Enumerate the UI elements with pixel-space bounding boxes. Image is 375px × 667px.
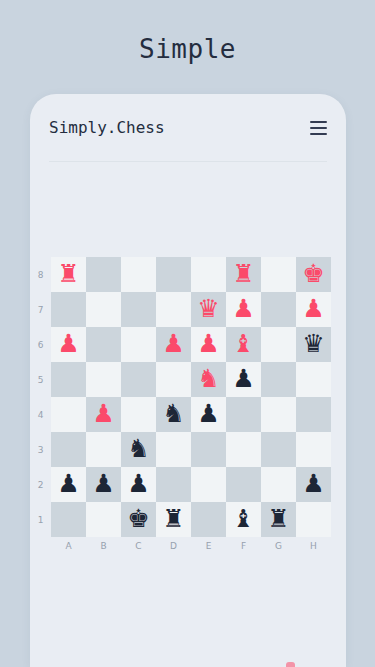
square-a3[interactable] <box>51 432 86 467</box>
square-d6[interactable]: ♟ <box>156 327 191 362</box>
square-e3[interactable] <box>191 432 226 467</box>
piece-pink-queen: ♛ <box>191 292 226 327</box>
square-c5[interactable] <box>121 362 156 397</box>
square-g7[interactable] <box>261 292 296 327</box>
rank-label-4: 4 <box>30 397 51 432</box>
square-f3[interactable] <box>226 432 261 467</box>
square-g2[interactable] <box>261 467 296 502</box>
square-d3[interactable] <box>156 432 191 467</box>
piece-pink-pawn: ♟ <box>156 327 191 362</box>
square-c1[interactable]: ♚ <box>121 502 156 537</box>
square-h7[interactable]: ♟ <box>296 292 331 327</box>
file-label-b: B <box>86 537 121 554</box>
header-divider <box>49 161 327 162</box>
file-labels: ABCDEFGH <box>51 537 331 554</box>
square-b6[interactable] <box>86 327 121 362</box>
square-c2[interactable]: ♟ <box>121 467 156 502</box>
square-g1[interactable]: ♜ <box>261 502 296 537</box>
square-g8[interactable] <box>261 257 296 292</box>
offscreen-piece-tip <box>286 662 295 667</box>
square-e6[interactable]: ♟ <box>191 327 226 362</box>
square-f2[interactable] <box>226 467 261 502</box>
square-h5[interactable] <box>296 362 331 397</box>
square-a6[interactable]: ♟ <box>51 327 86 362</box>
square-h8[interactable]: ♚ <box>296 257 331 292</box>
square-f5[interactable]: ♟ <box>226 362 261 397</box>
board-area: 87654321 ♜♜♚♛♟♟♟♟♟♝♛♞♟♟♞♟♞♟♟♟♟♚♜♝♜ ABCDE… <box>30 257 331 554</box>
piece-pink-knight: ♞ <box>191 362 226 397</box>
square-c7[interactable] <box>121 292 156 327</box>
square-f8[interactable]: ♜ <box>226 257 261 292</box>
square-a7[interactable] <box>51 292 86 327</box>
piece-black-knight: ♞ <box>156 397 191 432</box>
square-e4[interactable]: ♟ <box>191 397 226 432</box>
hamburger-icon <box>310 121 327 123</box>
file-label-d: D <box>156 537 191 554</box>
square-f6[interactable]: ♝ <box>226 327 261 362</box>
card-header: Simply.Chess <box>30 94 346 161</box>
square-e8[interactable] <box>191 257 226 292</box>
square-f1[interactable]: ♝ <box>226 502 261 537</box>
rank-label-2: 2 <box>30 467 51 502</box>
square-a5[interactable] <box>51 362 86 397</box>
square-d1[interactable]: ♜ <box>156 502 191 537</box>
brand-title: Simply.Chess <box>49 118 165 137</box>
square-b2[interactable]: ♟ <box>86 467 121 502</box>
rank-label-5: 5 <box>30 362 51 397</box>
square-h3[interactable] <box>296 432 331 467</box>
piece-black-pawn: ♟ <box>51 467 86 502</box>
square-f7[interactable]: ♟ <box>226 292 261 327</box>
square-d7[interactable] <box>156 292 191 327</box>
square-h1[interactable] <box>296 502 331 537</box>
square-h2[interactable]: ♟ <box>296 467 331 502</box>
menu-button[interactable] <box>310 117 327 139</box>
square-a8[interactable]: ♜ <box>51 257 86 292</box>
file-label-e: E <box>191 537 226 554</box>
square-b1[interactable] <box>86 502 121 537</box>
square-a2[interactable]: ♟ <box>51 467 86 502</box>
square-a1[interactable] <box>51 502 86 537</box>
piece-black-rook: ♜ <box>156 502 191 537</box>
piece-black-pawn: ♟ <box>121 467 156 502</box>
file-label-g: G <box>261 537 296 554</box>
square-c8[interactable] <box>121 257 156 292</box>
square-b5[interactable] <box>86 362 121 397</box>
rank-label-7: 7 <box>30 292 51 327</box>
piece-pink-pawn: ♟ <box>86 397 121 432</box>
piece-black-pawn: ♟ <box>191 397 226 432</box>
square-d8[interactable] <box>156 257 191 292</box>
piece-pink-king: ♚ <box>296 257 331 292</box>
piece-pink-rook: ♜ <box>51 257 86 292</box>
phone-screen: Simple Simply.Chess 87654321 ♜♜♚♛♟♟♟♟♟♝♛… <box>0 0 375 667</box>
rank-labels: 87654321 <box>30 257 51 537</box>
rank-label-3: 3 <box>30 432 51 467</box>
rank-label-6: 6 <box>30 327 51 362</box>
file-label-a: A <box>51 537 86 554</box>
rank-label-8: 8 <box>30 257 51 292</box>
piece-black-queen: ♛ <box>296 327 331 362</box>
piece-black-pawn: ♟ <box>86 467 121 502</box>
file-label-h: H <box>296 537 331 554</box>
square-c4[interactable] <box>121 397 156 432</box>
square-d4[interactable]: ♞ <box>156 397 191 432</box>
square-g5[interactable] <box>261 362 296 397</box>
chess-board: ♜♜♚♛♟♟♟♟♟♝♛♞♟♟♞♟♞♟♟♟♟♚♜♝♜ <box>51 257 331 537</box>
square-a4[interactable] <box>51 397 86 432</box>
piece-pink-pawn: ♟ <box>191 327 226 362</box>
file-label-c: C <box>121 537 156 554</box>
piece-pink-pawn: ♟ <box>226 292 261 327</box>
piece-pink-pawn: ♟ <box>296 292 331 327</box>
rank-label-1: 1 <box>30 502 51 537</box>
piece-pink-pawn: ♟ <box>51 327 86 362</box>
square-h4[interactable] <box>296 397 331 432</box>
square-d2[interactable] <box>156 467 191 502</box>
square-g3[interactable] <box>261 432 296 467</box>
piece-black-pawn: ♟ <box>226 362 261 397</box>
piece-black-pawn: ♟ <box>296 467 331 502</box>
square-c3[interactable]: ♞ <box>121 432 156 467</box>
piece-pink-bishop: ♝ <box>226 327 261 362</box>
piece-black-rook: ♜ <box>261 502 296 537</box>
square-g4[interactable] <box>261 397 296 432</box>
square-d5[interactable] <box>156 362 191 397</box>
square-b7[interactable] <box>86 292 121 327</box>
square-b8[interactable] <box>86 257 121 292</box>
piece-black-king: ♚ <box>121 502 156 537</box>
square-h6[interactable]: ♛ <box>296 327 331 362</box>
piece-black-bishop: ♝ <box>226 502 261 537</box>
game-card: Simply.Chess 87654321 ♜♜♚♛♟♟♟♟♟♝♛♞♟♟♞♟♞♟… <box>30 94 346 667</box>
square-e5[interactable]: ♞ <box>191 362 226 397</box>
square-b4[interactable]: ♟ <box>86 397 121 432</box>
piece-pink-rook: ♜ <box>226 257 261 292</box>
file-label-f: F <box>226 537 261 554</box>
square-f4[interactable] <box>226 397 261 432</box>
square-e2[interactable] <box>191 467 226 502</box>
piece-black-knight: ♞ <box>121 432 156 467</box>
square-b3[interactable] <box>86 432 121 467</box>
square-e7[interactable]: ♛ <box>191 292 226 327</box>
square-c6[interactable] <box>121 327 156 362</box>
square-e1[interactable] <box>191 502 226 537</box>
page-title: Simple <box>0 34 375 64</box>
square-g6[interactable] <box>261 327 296 362</box>
